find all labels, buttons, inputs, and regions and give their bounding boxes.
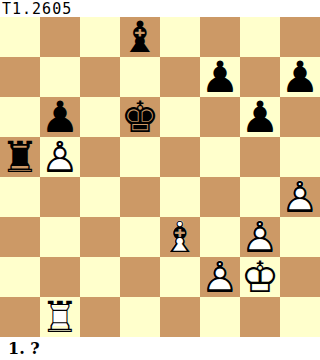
square-d4[interactable] (120, 177, 160, 217)
square-h3[interactable] (280, 217, 320, 257)
square-d1[interactable] (120, 297, 160, 337)
white-pawn: ♟♙ (40, 137, 80, 177)
move-prompt: 1. ? (8, 339, 40, 358)
title-bar: T1.2605 (0, 0, 320, 17)
square-h4[interactable]: ♟♙ (280, 177, 320, 217)
square-f4[interactable] (200, 177, 240, 217)
black-pawn: ♟ (280, 57, 320, 97)
square-b2[interactable] (40, 257, 80, 297)
square-h8[interactable] (280, 17, 320, 57)
square-b5[interactable]: ♟♙ (40, 137, 80, 177)
square-f7[interactable]: ♟ (200, 57, 240, 97)
square-f3[interactable] (200, 217, 240, 257)
square-d3[interactable] (120, 217, 160, 257)
square-c2[interactable] (80, 257, 120, 297)
square-a2[interactable] (0, 257, 40, 297)
square-g6[interactable]: ♟ (240, 97, 280, 137)
square-a8[interactable] (0, 17, 40, 57)
square-g3[interactable]: ♟♙ (240, 217, 280, 257)
black-king: ♚ (120, 97, 160, 137)
square-f2[interactable]: ♟♙ (200, 257, 240, 297)
chess-board: ♝♟♟♟♚♟♜♟♙♟♙♝♗♟♙♟♙♚♔♜♖ (0, 17, 320, 337)
square-e8[interactable] (160, 17, 200, 57)
square-d7[interactable] (120, 57, 160, 97)
white-king: ♚♔ (240, 257, 280, 297)
black-rook: ♜ (0, 137, 40, 177)
square-e2[interactable] (160, 257, 200, 297)
square-a6[interactable] (0, 97, 40, 137)
square-d8[interactable]: ♝ (120, 17, 160, 57)
square-e7[interactable] (160, 57, 200, 97)
square-d6[interactable]: ♚ (120, 97, 160, 137)
square-c4[interactable] (80, 177, 120, 217)
square-h6[interactable] (280, 97, 320, 137)
square-h2[interactable] (280, 257, 320, 297)
square-e6[interactable] (160, 97, 200, 137)
square-c8[interactable] (80, 17, 120, 57)
square-f5[interactable] (200, 137, 240, 177)
square-a5[interactable]: ♜ (0, 137, 40, 177)
white-pawn: ♟♙ (240, 217, 280, 257)
puzzle-id: T1.2605 (2, 0, 72, 18)
black-bishop: ♝ (120, 17, 160, 57)
square-b8[interactable] (40, 17, 80, 57)
white-rook: ♜♖ (40, 297, 80, 337)
square-a7[interactable] (0, 57, 40, 97)
square-d2[interactable] (120, 257, 160, 297)
square-f1[interactable] (200, 297, 240, 337)
square-h7[interactable]: ♟ (280, 57, 320, 97)
square-c1[interactable] (80, 297, 120, 337)
square-h5[interactable] (280, 137, 320, 177)
white-bishop: ♝♗ (160, 217, 200, 257)
square-f8[interactable] (200, 17, 240, 57)
square-b3[interactable] (40, 217, 80, 257)
square-e3[interactable]: ♝♗ (160, 217, 200, 257)
square-c7[interactable] (80, 57, 120, 97)
square-c3[interactable] (80, 217, 120, 257)
square-d5[interactable] (120, 137, 160, 177)
square-e5[interactable] (160, 137, 200, 177)
square-g7[interactable] (240, 57, 280, 97)
square-c6[interactable] (80, 97, 120, 137)
square-a4[interactable] (0, 177, 40, 217)
square-c5[interactable] (80, 137, 120, 177)
black-pawn: ♟ (240, 97, 280, 137)
square-g1[interactable] (240, 297, 280, 337)
square-b7[interactable] (40, 57, 80, 97)
square-g5[interactable] (240, 137, 280, 177)
square-g2[interactable]: ♚♔ (240, 257, 280, 297)
square-g4[interactable] (240, 177, 280, 217)
black-pawn: ♟ (40, 97, 80, 137)
square-e4[interactable] (160, 177, 200, 217)
black-pawn: ♟ (200, 57, 240, 97)
square-b1[interactable]: ♜♖ (40, 297, 80, 337)
square-g8[interactable] (240, 17, 280, 57)
square-a3[interactable] (0, 217, 40, 257)
square-a1[interactable] (0, 297, 40, 337)
square-f6[interactable] (200, 97, 240, 137)
square-h1[interactable] (280, 297, 320, 337)
square-b6[interactable]: ♟ (40, 97, 80, 137)
square-b4[interactable] (40, 177, 80, 217)
white-pawn: ♟♙ (200, 257, 240, 297)
white-pawn: ♟♙ (280, 177, 320, 217)
square-e1[interactable] (160, 297, 200, 337)
